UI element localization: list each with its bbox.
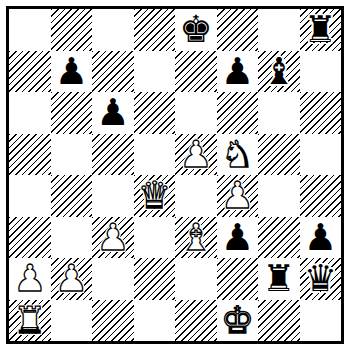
piece-black-pawn[interactable]: ♟ <box>221 53 254 90</box>
square-h8[interactable]: ♜ <box>300 9 342 51</box>
piece-white-knight[interactable]: ♞ <box>221 136 254 173</box>
piece-black-pawn[interactable]: ♟ <box>221 219 254 256</box>
square-h2[interactable]: ♛ <box>300 258 342 300</box>
square-a2[interactable]: ♟ <box>9 258 51 300</box>
square-a1[interactable]: ♜ <box>9 300 51 342</box>
square-g8[interactable] <box>258 9 300 51</box>
square-d8[interactable] <box>134 9 176 51</box>
square-e6[interactable] <box>175 92 217 134</box>
square-b7[interactable]: ♟ <box>51 51 93 93</box>
square-d2[interactable] <box>134 258 176 300</box>
square-h7[interactable] <box>300 51 342 93</box>
piece-white-queen[interactable]: ♛ <box>138 177 171 214</box>
square-d1[interactable] <box>134 300 176 342</box>
square-d6[interactable] <box>134 92 176 134</box>
board-frame: ♚♜♟♟♝♟♟♞♛♟♟♝♟♟♟♟♜♛♜♚ <box>6 6 344 344</box>
square-g5[interactable] <box>258 134 300 176</box>
piece-black-king[interactable]: ♚ <box>179 11 212 48</box>
piece-black-bishop[interactable]: ♝ <box>262 53 295 90</box>
square-e4[interactable] <box>175 175 217 217</box>
square-h5[interactable] <box>300 134 342 176</box>
square-h4[interactable] <box>300 175 342 217</box>
square-c7[interactable] <box>92 51 134 93</box>
square-d4[interactable]: ♛ <box>134 175 176 217</box>
square-g4[interactable] <box>258 175 300 217</box>
square-a6[interactable] <box>9 92 51 134</box>
piece-white-pawn[interactable]: ♟ <box>96 219 129 256</box>
square-b8[interactable] <box>51 9 93 51</box>
square-f7[interactable]: ♟ <box>217 51 259 93</box>
square-g1[interactable] <box>258 300 300 342</box>
square-h6[interactable] <box>300 92 342 134</box>
square-g6[interactable] <box>258 92 300 134</box>
piece-white-king[interactable]: ♚ <box>221 302 254 339</box>
square-e1[interactable] <box>175 300 217 342</box>
square-f8[interactable] <box>217 9 259 51</box>
chess-diagram: ♚♜♟♟♝♟♟♞♛♟♟♝♟♟♟♟♜♛♜♚ <box>0 0 350 350</box>
square-c6[interactable]: ♟ <box>92 92 134 134</box>
square-f3[interactable]: ♟ <box>217 217 259 259</box>
square-a4[interactable] <box>9 175 51 217</box>
square-b2[interactable]: ♟ <box>51 258 93 300</box>
square-c8[interactable] <box>92 9 134 51</box>
square-d3[interactable] <box>134 217 176 259</box>
piece-white-pawn[interactable]: ♟ <box>179 136 212 173</box>
square-c1[interactable] <box>92 300 134 342</box>
square-b4[interactable] <box>51 175 93 217</box>
square-c3[interactable]: ♟ <box>92 217 134 259</box>
square-a5[interactable] <box>9 134 51 176</box>
square-e3[interactable]: ♝ <box>175 217 217 259</box>
square-b5[interactable] <box>51 134 93 176</box>
square-e7[interactable] <box>175 51 217 93</box>
chessboard: ♚♜♟♟♝♟♟♞♛♟♟♝♟♟♟♟♜♛♜♚ <box>9 9 341 341</box>
square-h1[interactable] <box>300 300 342 342</box>
square-c5[interactable] <box>92 134 134 176</box>
square-c2[interactable] <box>92 258 134 300</box>
square-d7[interactable] <box>134 51 176 93</box>
square-b3[interactable] <box>51 217 93 259</box>
square-f2[interactable] <box>217 258 259 300</box>
square-g3[interactable] <box>258 217 300 259</box>
square-a8[interactable] <box>9 9 51 51</box>
piece-black-rook[interactable]: ♜ <box>262 260 295 297</box>
square-g7[interactable]: ♝ <box>258 51 300 93</box>
piece-white-bishop[interactable]: ♝ <box>179 219 212 256</box>
square-a7[interactable] <box>9 51 51 93</box>
square-e5[interactable]: ♟ <box>175 134 217 176</box>
piece-black-pawn[interactable]: ♟ <box>55 53 88 90</box>
square-e8[interactable]: ♚ <box>175 9 217 51</box>
square-c4[interactable] <box>92 175 134 217</box>
piece-white-rook[interactable]: ♜ <box>13 302 46 339</box>
square-d5[interactable] <box>134 134 176 176</box>
square-g2[interactable]: ♜ <box>258 258 300 300</box>
square-b1[interactable] <box>51 300 93 342</box>
piece-white-pawn[interactable]: ♟ <box>55 260 88 297</box>
square-f6[interactable] <box>217 92 259 134</box>
square-f5[interactable]: ♞ <box>217 134 259 176</box>
piece-black-queen[interactable]: ♛ <box>304 260 337 297</box>
square-b6[interactable] <box>51 92 93 134</box>
piece-black-rook[interactable]: ♜ <box>304 11 337 48</box>
piece-black-pawn[interactable]: ♟ <box>304 219 337 256</box>
square-e2[interactable] <box>175 258 217 300</box>
piece-white-pawn[interactable]: ♟ <box>13 260 46 297</box>
piece-white-pawn[interactable]: ♟ <box>221 177 254 214</box>
square-a3[interactable] <box>9 217 51 259</box>
square-f4[interactable]: ♟ <box>217 175 259 217</box>
square-f1[interactable]: ♚ <box>217 300 259 342</box>
square-h3[interactable]: ♟ <box>300 217 342 259</box>
piece-black-pawn[interactable]: ♟ <box>96 94 129 131</box>
